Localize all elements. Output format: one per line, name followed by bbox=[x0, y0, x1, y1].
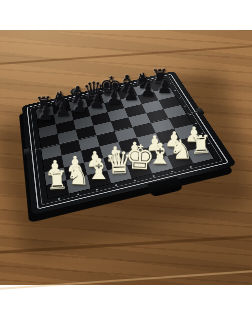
product-photo: ♜♞♝♛♚♝♞♜♟♟♟♟♟♟♟♟♟♟♟♟♟♟♟♟♜♞♝♛♚♝♞♜ bbox=[0, 0, 252, 315]
hinge-left-icon bbox=[24, 148, 30, 156]
wood-grain-line bbox=[0, 269, 252, 290]
wood-grain-line bbox=[0, 44, 252, 65]
